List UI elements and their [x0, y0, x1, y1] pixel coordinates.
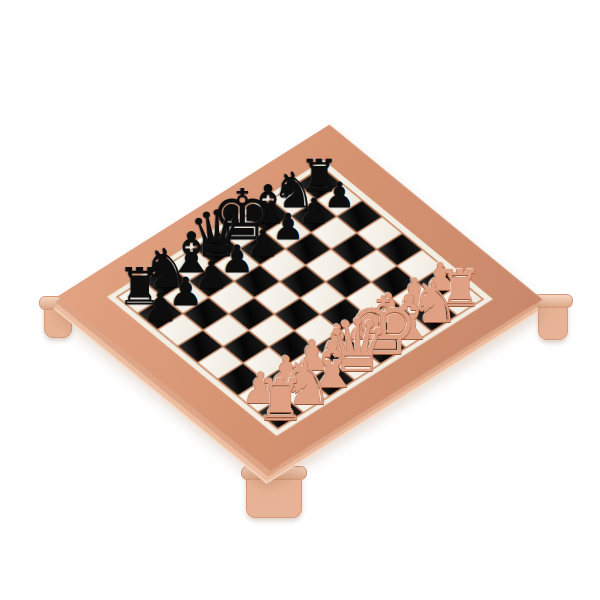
piece-copper-rook-a1[interactable]: ♜	[236, 372, 326, 429]
pieces-layer: ♜♞♝♛♚♝♞♜♟♟♟♟♟♟♟♟♟♟♟♟♟♟♟♟♜♞♝♛♚♝♞♜	[0, 0, 600, 600]
piece-black-pawn-a7[interactable]: ♟	[115, 287, 205, 327]
product-photo-backdrop: ♜♞♝♛♚♝♞♜♟♟♟♟♟♟♟♟♟♟♟♟♟♟♟♟♜♞♝♛♚♝♞♜	[0, 0, 600, 600]
